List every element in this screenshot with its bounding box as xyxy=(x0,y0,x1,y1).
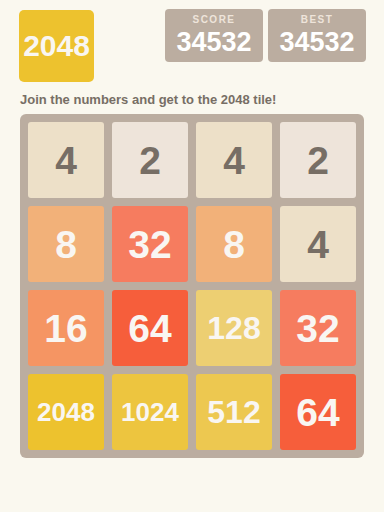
tile-8: 8 xyxy=(28,206,104,282)
tile-512: 512 xyxy=(196,374,272,450)
tile-4: 4 xyxy=(280,206,356,282)
best-value: 34532 xyxy=(279,29,354,56)
tile-4: 4 xyxy=(28,122,104,198)
tile-2: 2 xyxy=(112,122,188,198)
tagline: Join the numbers and get to the 2048 til… xyxy=(20,92,276,107)
tile-2: 2 xyxy=(280,122,356,198)
score-box: SCORE 34532 xyxy=(165,9,263,62)
best-box: BEST 34532 xyxy=(268,9,366,62)
tile-16: 16 xyxy=(28,290,104,366)
board-grid[interactable]: 4242832841664128322048102451264 xyxy=(20,114,364,458)
tile-1024: 1024 xyxy=(112,374,188,450)
logo-text: 2048 xyxy=(23,29,90,63)
tile-64: 64 xyxy=(112,290,188,366)
tile-4: 4 xyxy=(196,122,272,198)
tile-128: 128 xyxy=(196,290,272,366)
score-value: 34532 xyxy=(176,29,251,56)
tile-64: 64 xyxy=(280,374,356,450)
best-label: BEST xyxy=(301,15,334,25)
tile-8: 8 xyxy=(196,206,272,282)
logo-tile: 2048 xyxy=(19,10,94,82)
tile-32: 32 xyxy=(112,206,188,282)
tile-32: 32 xyxy=(280,290,356,366)
tile-2048: 2048 xyxy=(28,374,104,450)
score-label: SCORE xyxy=(192,15,235,25)
